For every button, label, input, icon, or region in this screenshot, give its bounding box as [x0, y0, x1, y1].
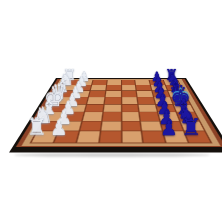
square-g3[interactable] [80, 121, 101, 131]
square-d3[interactable] [87, 97, 104, 104]
square-e3[interactable] [85, 104, 103, 111]
square-a3[interactable] [92, 80, 106, 85]
white-pawn[interactable]: ♟ [50, 119, 68, 139]
square-c5[interactable] [122, 91, 137, 97]
square-c3[interactable] [89, 91, 105, 97]
square-f5[interactable] [122, 112, 140, 120]
black-rook[interactable]: ♜ [181, 116, 201, 139]
square-b6[interactable] [136, 85, 151, 90]
square-h5[interactable] [122, 132, 143, 143]
square-a4[interactable] [107, 80, 121, 85]
square-b4[interactable] [106, 85, 120, 90]
square-h4[interactable] [99, 132, 120, 143]
square-h3[interactable] [77, 132, 99, 143]
square-f4[interactable] [102, 112, 120, 120]
black-pawn[interactable]: ♟ [160, 119, 178, 139]
square-d6[interactable] [138, 97, 155, 104]
square-g5[interactable] [122, 121, 142, 131]
white-rook[interactable]: ♜ [26, 116, 46, 139]
board-shadow [14, 153, 210, 157]
square-b3[interactable] [90, 85, 105, 90]
square-d5[interactable] [122, 97, 138, 104]
photo-background: ♜♟♟♜♞♟♟♞♝♟♟♝♛♟♟♛♚♟♟♚♝♟♟♝♞♟♟♞♜♟♟♜ [0, 0, 222, 222]
square-a6[interactable] [136, 80, 150, 85]
square-e4[interactable] [103, 104, 120, 111]
square-a5[interactable] [122, 80, 136, 85]
square-b5[interactable] [122, 85, 136, 90]
square-d4[interactable] [104, 97, 120, 104]
square-c4[interactable] [105, 91, 120, 97]
square-g4[interactable] [101, 121, 121, 131]
square-f3[interactable] [82, 112, 101, 120]
square-e5[interactable] [122, 104, 139, 111]
square-c6[interactable] [137, 91, 153, 97]
